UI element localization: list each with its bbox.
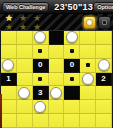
cell-r4c5[interactable] xyxy=(64,73,80,87)
cell-r3c2[interactable] xyxy=(17,59,33,73)
cell-r3c4[interactable] xyxy=(49,59,65,73)
cell-r1c6[interactable] xyxy=(80,31,96,45)
clue-number: 1 xyxy=(6,75,10,83)
options-button[interactable]: Options xyxy=(93,2,113,12)
cell-r4c2[interactable] xyxy=(17,73,33,87)
star-6-off-icon: ★ xyxy=(33,23,41,31)
circle-mark xyxy=(98,59,110,71)
cell-r7c1[interactable] xyxy=(1,114,17,128)
cell-r5c5[interactable] xyxy=(64,86,80,100)
dot-mark-icon xyxy=(102,20,107,25)
cell-r6c1[interactable] xyxy=(1,100,17,114)
cell-r1c1[interactable] xyxy=(1,31,17,45)
top-bar: Web Challenge 23'50"13 Options xyxy=(0,0,113,14)
background-edge-artifact xyxy=(0,94,2,128)
cell-r7c4[interactable] xyxy=(49,114,65,128)
cell-r7c6[interactable] xyxy=(80,114,96,128)
cell-r2c3[interactable] xyxy=(33,45,49,59)
circle-mark-icon xyxy=(86,19,93,26)
circle-mark xyxy=(34,31,46,43)
timer-display: 23'50"13 xyxy=(51,2,93,12)
clue-number: 3 xyxy=(38,89,42,97)
game-screen: Web Challenge 23'50"13 Options ★★★★★★ 00… xyxy=(0,0,113,128)
cell-r2c7[interactable] xyxy=(96,45,112,59)
cell-r7c7[interactable] xyxy=(96,114,112,128)
cell-r5c2[interactable] xyxy=(17,86,33,100)
dot-mark xyxy=(86,63,90,67)
cell-r5c3[interactable]: 3 xyxy=(33,86,49,100)
cell-r3c5[interactable]: 0 xyxy=(64,59,80,73)
cell-r6c6[interactable] xyxy=(80,100,96,114)
cell-r1c2[interactable] xyxy=(17,31,33,45)
cell-r1c5[interactable] xyxy=(64,31,80,45)
dot-mark xyxy=(38,49,42,53)
cell-r7c3[interactable] xyxy=(33,114,49,128)
cell-r7c2[interactable] xyxy=(17,114,33,128)
cell-r4c3[interactable] xyxy=(33,73,49,87)
cell-r2c4[interactable] xyxy=(49,45,65,59)
circle-mark xyxy=(18,87,30,99)
difficulty-stars: ★★★★★★ xyxy=(2,14,44,31)
cell-r5c1[interactable] xyxy=(1,86,17,100)
cell-r6c7[interactable] xyxy=(96,100,112,114)
cell-r3c3[interactable]: 0 xyxy=(33,59,49,73)
dot-tool-button[interactable] xyxy=(98,16,111,29)
cell-r1c4[interactable] xyxy=(49,31,65,45)
cell-r4c6[interactable] xyxy=(80,73,96,87)
circle-tool-button[interactable] xyxy=(83,16,96,29)
dot-mark xyxy=(70,49,74,53)
star-5-off-icon: ★ xyxy=(19,23,27,31)
web-challenge-button[interactable]: Web Challenge xyxy=(2,2,49,12)
cell-r6c5[interactable] xyxy=(64,100,80,114)
circle-mark xyxy=(50,87,62,99)
circle-mark xyxy=(34,101,46,113)
cell-r1c3[interactable] xyxy=(33,31,49,45)
cell-r4c1[interactable]: 1 xyxy=(1,73,17,87)
cell-r6c4[interactable] xyxy=(49,100,65,114)
clue-number: 0 xyxy=(38,61,42,69)
cell-r3c7[interactable] xyxy=(96,59,112,73)
cell-r3c1[interactable] xyxy=(1,59,17,73)
cell-r5c6[interactable] xyxy=(80,86,96,100)
cell-r3c6[interactable] xyxy=(80,59,96,73)
cell-r5c7[interactable] xyxy=(96,86,112,100)
clue-number: 0 xyxy=(70,61,74,69)
cell-r6c3[interactable] xyxy=(33,100,49,114)
cell-r6c2[interactable] xyxy=(17,100,33,114)
cell-r4c4[interactable] xyxy=(49,73,65,87)
cell-r2c1[interactable] xyxy=(1,45,17,59)
cell-r1c7[interactable] xyxy=(96,31,112,45)
clue-number: 2 xyxy=(101,75,105,83)
cell-r2c5[interactable] xyxy=(64,45,80,59)
puzzle-board: 00123 xyxy=(0,31,113,128)
dot-mark xyxy=(38,77,42,81)
circle-mark xyxy=(82,73,94,85)
cell-r4c7[interactable]: 2 xyxy=(96,73,112,87)
cell-r5c4[interactable] xyxy=(49,86,65,100)
dot-mark xyxy=(70,77,74,81)
cell-r2c6[interactable] xyxy=(80,45,96,59)
circle-mark xyxy=(66,31,78,43)
cell-r7c5[interactable] xyxy=(64,114,80,128)
cell-r2c2[interactable] xyxy=(17,45,33,59)
circle-mark xyxy=(2,59,14,71)
star-4-off-icon: ★ xyxy=(5,23,13,31)
rating-toolbar: ★★★★★★ xyxy=(0,14,113,31)
